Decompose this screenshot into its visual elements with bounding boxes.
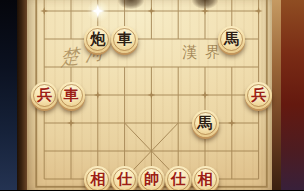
piece-black-cannon[interactable]: 炮 (84, 26, 111, 53)
highlight-sparkle (87, 0, 109, 22)
piece-glyph: 車 (58, 82, 85, 109)
piece-red-elephant[interactable]: 相 (84, 166, 111, 191)
piece-glyph: 帥 (138, 166, 165, 191)
piece-red-chariot[interactable]: 車 (58, 82, 85, 109)
piece-glyph: 炮 (84, 26, 111, 53)
piece-glyph: 仕 (165, 166, 192, 191)
piece-black-chariot[interactable]: 車 (111, 26, 138, 53)
piece-glyph: 馬 (218, 26, 245, 53)
piece-red-advisor[interactable]: 仕 (111, 166, 138, 191)
piece-glyph: 車 (111, 26, 138, 53)
piece-black-horse[interactable]: 馬 (218, 26, 245, 53)
piece-red-soldier[interactable]: 兵 (31, 82, 58, 109)
piece-glyph: 相 (84, 166, 111, 191)
piece-glyph: 相 (192, 166, 219, 191)
piece-red-elephant[interactable]: 相 (192, 166, 219, 191)
piece-glyph: 仕 (111, 166, 138, 191)
board-overlay: 楚河 漢界 炮車馬馬兵車兵相仕帥仕相 (0, 0, 304, 190)
piece-red-advisor[interactable]: 仕 (165, 166, 192, 191)
piece-black-horse[interactable]: 馬 (192, 110, 219, 137)
piece-glyph: 兵 (245, 82, 272, 109)
piece-glyph: 兵 (31, 82, 58, 109)
piece-red-soldier[interactable]: 兵 (245, 82, 272, 109)
screenshot-root: 楚河 漢界 炮車馬馬兵車兵相仕帥仕相 (0, 0, 304, 190)
piece-red-general[interactable]: 帥 (138, 166, 165, 191)
piece-glyph: 馬 (192, 110, 219, 137)
